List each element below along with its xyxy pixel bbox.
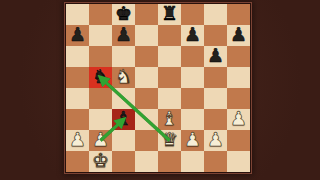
- square-d4[interactable]: [135, 88, 158, 109]
- square-b2[interactable]: ♟: [89, 130, 112, 151]
- square-b6[interactable]: [89, 46, 112, 67]
- square-e3[interactable]: ♝: [158, 109, 181, 130]
- square-h4[interactable]: [227, 88, 250, 109]
- square-g8[interactable]: [204, 4, 227, 25]
- square-c4[interactable]: [112, 88, 135, 109]
- square-h2[interactable]: [227, 130, 250, 151]
- square-a4[interactable]: [66, 88, 89, 109]
- square-g3[interactable]: [204, 109, 227, 130]
- square-f4[interactable]: [181, 88, 204, 109]
- square-b8[interactable]: [89, 4, 112, 25]
- square-a5[interactable]: [66, 67, 89, 88]
- square-e5[interactable]: [158, 67, 181, 88]
- square-c2[interactable]: [112, 130, 135, 151]
- square-f8[interactable]: [181, 4, 204, 25]
- piece-black-knight-b5[interactable]: ♞: [92, 66, 109, 87]
- square-f7[interactable]: ♟: [181, 25, 204, 46]
- square-c1[interactable]: [112, 151, 135, 172]
- square-d2[interactable]: [135, 130, 158, 151]
- piece-black-rook-e8[interactable]: ♜: [161, 3, 178, 24]
- square-b5[interactable]: ♞: [89, 67, 112, 88]
- square-g6[interactable]: ♟: [204, 46, 227, 67]
- square-e1[interactable]: [158, 151, 181, 172]
- square-g7[interactable]: [204, 25, 227, 46]
- square-g4[interactable]: [204, 88, 227, 109]
- square-h3[interactable]: ♟: [227, 109, 250, 130]
- square-f2[interactable]: ♟: [181, 130, 204, 151]
- square-h1[interactable]: [227, 151, 250, 172]
- square-h8[interactable]: [227, 4, 250, 25]
- piece-black-pawn-g6[interactable]: ♟: [207, 45, 224, 66]
- piece-black-pawn-f7[interactable]: ♟: [184, 24, 201, 45]
- piece-white-pawn-h3[interactable]: ♟: [230, 108, 247, 129]
- square-e6[interactable]: [158, 46, 181, 67]
- square-e8[interactable]: ♜: [158, 4, 181, 25]
- square-d7[interactable]: [135, 25, 158, 46]
- square-f1[interactable]: [181, 151, 204, 172]
- piece-black-bishop-c3[interactable]: ♝: [115, 108, 132, 129]
- square-d5[interactable]: [135, 67, 158, 88]
- piece-black-pawn-h7[interactable]: ♟: [230, 24, 247, 45]
- square-b7[interactable]: [89, 25, 112, 46]
- square-b3[interactable]: [89, 109, 112, 130]
- square-a1[interactable]: [66, 151, 89, 172]
- video-frame-background: ♚♜♟♟♟♟♟♞♞♝♝♟♟♟♛♟♟♚: [0, 0, 320, 180]
- square-a3[interactable]: [66, 109, 89, 130]
- square-h6[interactable]: [227, 46, 250, 67]
- square-c5[interactable]: ♞: [112, 67, 135, 88]
- square-d1[interactable]: [135, 151, 158, 172]
- square-c3[interactable]: ♝: [112, 109, 135, 130]
- square-b4[interactable]: [89, 88, 112, 109]
- square-h7[interactable]: ♟: [227, 25, 250, 46]
- square-g5[interactable]: [204, 67, 227, 88]
- square-g1[interactable]: [204, 151, 227, 172]
- square-a2[interactable]: ♟: [66, 130, 89, 151]
- square-e4[interactable]: [158, 88, 181, 109]
- board-frame: ♚♜♟♟♟♟♟♞♞♝♝♟♟♟♛♟♟♚: [66, 4, 250, 172]
- piece-white-king-b1[interactable]: ♚: [92, 150, 109, 171]
- piece-white-pawn-a2[interactable]: ♟: [69, 129, 86, 150]
- square-f3[interactable]: [181, 109, 204, 130]
- square-d8[interactable]: [135, 4, 158, 25]
- square-a8[interactable]: [66, 4, 89, 25]
- square-c8[interactable]: ♚: [112, 4, 135, 25]
- square-h5[interactable]: [227, 67, 250, 88]
- square-d3[interactable]: [135, 109, 158, 130]
- piece-white-pawn-b2[interactable]: ♟: [92, 129, 109, 150]
- board: ♚♜♟♟♟♟♟♞♞♝♝♟♟♟♛♟♟♚: [66, 4, 250, 172]
- square-c6[interactable]: [112, 46, 135, 67]
- square-g2[interactable]: ♟: [204, 130, 227, 151]
- piece-white-pawn-g2[interactable]: ♟: [207, 129, 224, 150]
- square-b1[interactable]: ♚: [89, 151, 112, 172]
- square-e2[interactable]: ♛: [158, 130, 181, 151]
- square-d6[interactable]: [135, 46, 158, 67]
- piece-black-pawn-a7[interactable]: ♟: [69, 24, 86, 45]
- square-a6[interactable]: [66, 46, 89, 67]
- square-c7[interactable]: ♟: [112, 25, 135, 46]
- piece-black-king-c8[interactable]: ♚: [115, 3, 132, 24]
- piece-white-bishop-e3[interactable]: ♝: [161, 108, 178, 129]
- square-a7[interactable]: ♟: [66, 25, 89, 46]
- piece-white-pawn-f2[interactable]: ♟: [184, 129, 201, 150]
- square-e7[interactable]: [158, 25, 181, 46]
- piece-white-queen-e2[interactable]: ♛: [161, 129, 178, 150]
- piece-black-pawn-c7[interactable]: ♟: [115, 24, 132, 45]
- piece-white-knight-c5[interactable]: ♞: [115, 66, 132, 87]
- square-f6[interactable]: [181, 46, 204, 67]
- square-f5[interactable]: [181, 67, 204, 88]
